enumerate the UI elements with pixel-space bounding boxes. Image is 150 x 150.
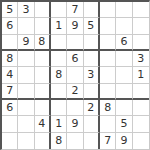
cell-r5c9[interactable]: 1	[133, 67, 149, 83]
cell-r6c1[interactable]: 7	[2, 84, 18, 100]
cell-r2c9[interactable]	[133, 18, 149, 34]
cell-r1c3[interactable]	[35, 2, 51, 18]
cell-r4c1[interactable]: 8	[2, 51, 18, 67]
cell-r5c6[interactable]: 3	[84, 67, 100, 83]
cell-r2c3[interactable]	[35, 18, 51, 34]
cell-r6c9[interactable]	[133, 84, 149, 100]
cell-r2c2[interactable]	[18, 18, 34, 34]
cell-r9c1[interactable]	[2, 133, 18, 149]
cell-r7c6[interactable]: 2	[84, 100, 100, 116]
cell-r7c3[interactable]	[35, 100, 51, 116]
cell-r3c3[interactable]: 8	[35, 35, 51, 51]
cell-r4c6[interactable]	[84, 51, 100, 67]
cell-r5c1[interactable]: 4	[2, 67, 18, 83]
cell-r7c9[interactable]	[133, 100, 149, 116]
cell-r1c4[interactable]	[51, 2, 67, 18]
cell-r8c4[interactable]: 1	[51, 116, 67, 132]
cell-r5c5[interactable]	[67, 67, 83, 83]
cell-r8c7[interactable]	[100, 116, 116, 132]
cell-r7c8[interactable]	[116, 100, 132, 116]
cell-r6c5[interactable]: 2	[67, 84, 83, 100]
cell-r6c2[interactable]	[18, 84, 34, 100]
cell-r8c6[interactable]	[84, 116, 100, 132]
cell-r8c2[interactable]	[18, 116, 34, 132]
cell-r3c4[interactable]	[51, 35, 67, 51]
cell-r5c2[interactable]	[18, 67, 34, 83]
cell-r9c6[interactable]	[84, 133, 100, 149]
cell-r5c4[interactable]: 8	[51, 67, 67, 83]
cell-r9c5[interactable]	[67, 133, 83, 149]
cell-r1c7[interactable]	[100, 2, 116, 18]
cell-r9c8[interactable]: 9	[116, 133, 132, 149]
cell-r7c2[interactable]	[18, 100, 34, 116]
cell-r4c5[interactable]: 6	[67, 51, 83, 67]
cell-r4c7[interactable]	[100, 51, 116, 67]
cell-r2c7[interactable]	[100, 18, 116, 34]
cell-r2c5[interactable]: 9	[67, 18, 83, 34]
cell-r3c1[interactable]	[2, 35, 18, 51]
cell-r6c6[interactable]	[84, 84, 100, 100]
cell-r7c4[interactable]	[51, 100, 67, 116]
cell-r6c8[interactable]	[116, 84, 132, 100]
cell-r3c8[interactable]: 6	[116, 35, 132, 51]
cell-r8c8[interactable]: 5	[116, 116, 132, 132]
cell-r6c7[interactable]	[100, 84, 116, 100]
cell-r1c1[interactable]: 5	[2, 2, 18, 18]
cell-r9c3[interactable]	[35, 133, 51, 149]
cell-r4c8[interactable]	[116, 51, 132, 67]
cell-r3c9[interactable]	[133, 35, 149, 51]
cell-r9c7[interactable]: 7	[100, 133, 116, 149]
cell-r9c4[interactable]: 8	[51, 133, 67, 149]
cell-r7c5[interactable]	[67, 100, 83, 116]
cell-r1c9[interactable]	[133, 2, 149, 18]
cell-r8c9[interactable]	[133, 116, 149, 132]
sudoku-board: 53761959868634831726284195879	[0, 0, 150, 150]
cell-r2c1[interactable]: 6	[2, 18, 18, 34]
cell-r2c4[interactable]: 1	[51, 18, 67, 34]
cell-r3c7[interactable]	[100, 35, 116, 51]
cell-r9c9[interactable]	[133, 133, 149, 149]
cell-r6c3[interactable]	[35, 84, 51, 100]
cell-r1c5[interactable]: 7	[67, 2, 83, 18]
cell-r8c1[interactable]	[2, 116, 18, 132]
cell-r6c4[interactable]	[51, 84, 67, 100]
cell-r2c6[interactable]: 5	[84, 18, 100, 34]
cell-r8c3[interactable]: 4	[35, 116, 51, 132]
cell-r8c5[interactable]: 9	[67, 116, 83, 132]
cell-r2c8[interactable]	[116, 18, 132, 34]
cell-r9c2[interactable]	[18, 133, 34, 149]
cell-r4c2[interactable]	[18, 51, 34, 67]
cell-r7c7[interactable]: 8	[100, 100, 116, 116]
cell-r1c6[interactable]	[84, 2, 100, 18]
cell-r1c2[interactable]: 3	[18, 2, 34, 18]
cell-r4c4[interactable]	[51, 51, 67, 67]
cell-r7c1[interactable]: 6	[2, 100, 18, 116]
cell-r3c5[interactable]	[67, 35, 83, 51]
cell-r5c8[interactable]	[116, 67, 132, 83]
cell-r4c9[interactable]: 3	[133, 51, 149, 67]
cell-r1c8[interactable]	[116, 2, 132, 18]
cell-r5c7[interactable]	[100, 67, 116, 83]
cell-r5c3[interactable]	[35, 67, 51, 83]
cell-r3c2[interactable]: 9	[18, 35, 34, 51]
cell-r4c3[interactable]	[35, 51, 51, 67]
cell-r3c6[interactable]	[84, 35, 100, 51]
